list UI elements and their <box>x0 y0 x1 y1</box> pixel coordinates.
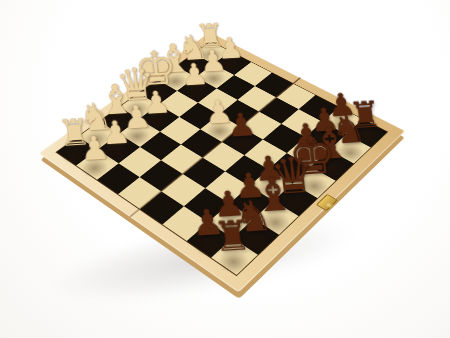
product-photo-stage: ♜♞♝♛♚♝♞♜♟♟♟♟♟♟♟♟♟♟♟♟♟♟♟♟♜♞♝♛♚♝♞♜ <box>0 0 450 338</box>
chess-board: ♜♞♝♛♚♝♞♜♟♟♟♟♟♟♟♟♟♟♟♟♟♟♟♟♜♞♝♛♚♝♞♜ <box>38 32 405 293</box>
perspective-scene: ♜♞♝♛♚♝♞♜♟♟♟♟♟♟♟♟♟♟♟♟♟♟♟♟♜♞♝♛♚♝♞♜ <box>0 0 450 338</box>
black-pawn-e5: ♟ <box>217 108 265 143</box>
camera-tilt: ♜♞♝♛♚♝♞♜♟♟♟♟♟♟♟♟♟♟♟♟♟♟♟♟♜♞♝♛♚♝♞♜ <box>0 0 450 338</box>
white-pawn-f2: ♟ <box>173 58 217 90</box>
white-pawn-a2: ♟ <box>70 131 118 166</box>
black-rook-a8: ♜ <box>205 215 260 259</box>
